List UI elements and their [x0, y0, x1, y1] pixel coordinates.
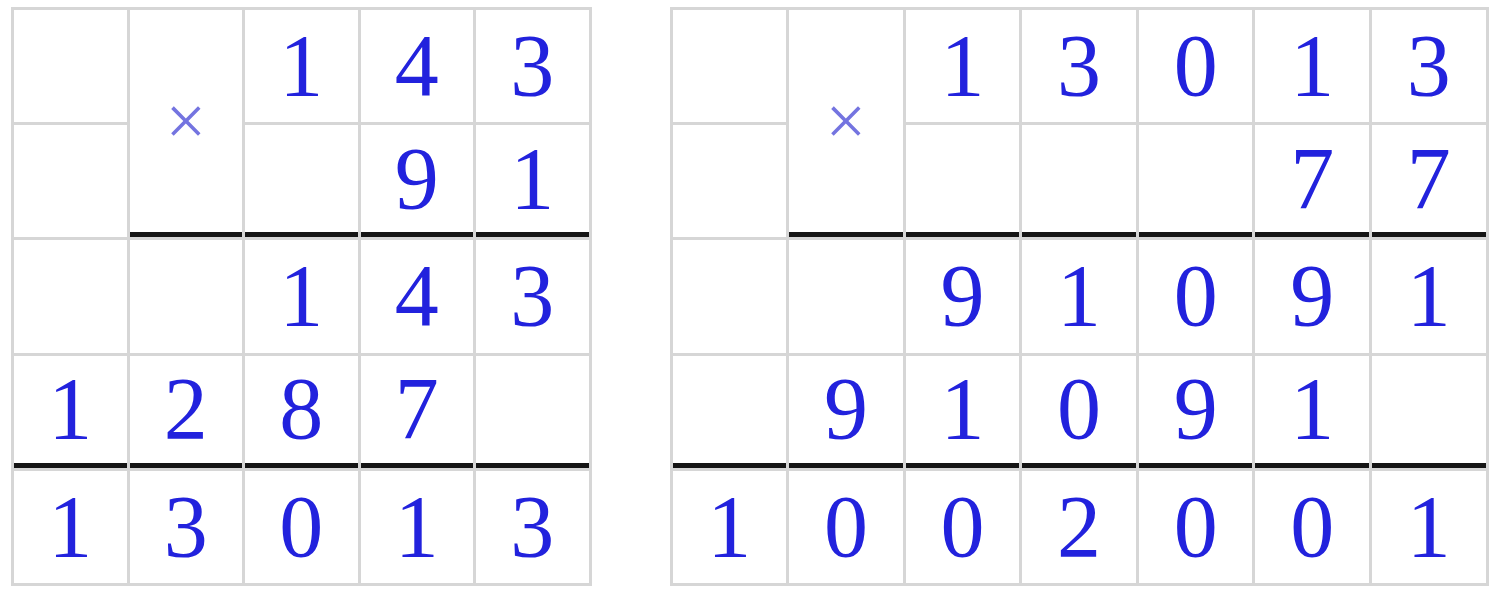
grid2-empty-cell-r2c4: [1022, 125, 1136, 237]
grid2-empty-cell-r3c2: [789, 240, 903, 352]
grid2-empty-cell-r1c1: [673, 10, 787, 122]
grid1-digit-cell-r5c3: 0: [245, 471, 358, 583]
grid2-empty-cell-r2c5: [1139, 125, 1253, 237]
grid2-digit-cell-r5c7: 1: [1372, 471, 1486, 583]
grid1-digit-cell-r5c5: 3: [476, 471, 589, 583]
grid1-digit-cell-r3c4: 4: [361, 240, 474, 352]
grid1-empty-cell-r1c1: [14, 10, 127, 122]
grid2-digit-cell-r4c2: 9: [789, 356, 903, 468]
grid1-empty-cell-r3c2: [130, 240, 243, 352]
grid2-empty-cell-r3c1: [673, 240, 787, 352]
grid1-empty-cell-r2c3: [245, 125, 358, 237]
grid2-digit-cell-r1c7: 3: [1372, 10, 1486, 122]
grid1-digit-cell-r1c4: 4: [361, 10, 474, 122]
grid1-digit-cell-r4c2: 2: [130, 356, 243, 468]
grid2-digit-cell-r2c6: 7: [1255, 125, 1369, 237]
grid2-digit-cell-r5c1: 1: [673, 471, 787, 583]
grid2-digit-cell-r4c6: 1: [1255, 356, 1369, 468]
grid1-digit-cell-r5c1: 1: [14, 471, 127, 583]
grid1-digit-cell-r4c3: 8: [245, 356, 358, 468]
grid2-digit-cell-r2c7: 7: [1372, 125, 1486, 237]
grid2-digit-cell-r4c3: 1: [906, 356, 1020, 468]
grid2-digit-cell-r3c7: 1: [1372, 240, 1486, 352]
grid2-digit-cell-r1c6: 1: [1255, 10, 1369, 122]
grid2-empty-cell-r2c3: [906, 125, 1020, 237]
grid2-digit-cell-r3c4: 1: [1022, 240, 1136, 352]
grid1-digit-cell-r5c4: 1: [361, 471, 474, 583]
worksheet-page: ×14391143128713013 ×13013779109191091100…: [0, 0, 1496, 595]
grid2-digit-cell-r1c4: 3: [1022, 10, 1136, 122]
multiplication-grid-right: ×130137791091910911002001: [670, 7, 1489, 586]
grid2-digit-cell-r3c6: 9: [1255, 240, 1369, 352]
grid2-digit-cell-r5c2: 0: [789, 471, 903, 583]
multiplication-grid-left: ×14391143128713013: [11, 7, 592, 586]
grid1-empty-cell-r2c1: [14, 125, 127, 237]
grid1-digit-cell-r2c5: 1: [476, 125, 589, 237]
multiply-icon: ×: [789, 10, 903, 237]
multiply-icon: ×: [130, 10, 243, 237]
grid2-empty-cell-r4c7: [1372, 356, 1486, 468]
grid2-digit-cell-r3c5: 0: [1139, 240, 1253, 352]
grid2-digit-cell-r3c3: 9: [906, 240, 1020, 352]
grid1-empty-cell-r4c5: [476, 356, 589, 468]
grid1-digit-cell-r3c5: 3: [476, 240, 589, 352]
grid2-digit-cell-r5c4: 2: [1022, 471, 1136, 583]
grid2-digit-cell-r4c5: 9: [1139, 356, 1253, 468]
grid2-empty-cell-r2c1: [673, 125, 787, 237]
grid1-digit-cell-r2c4: 9: [361, 125, 474, 237]
grid2-digit-cell-r5c5: 0: [1139, 471, 1253, 583]
grid1-digit-cell-r5c2: 3: [130, 471, 243, 583]
grid1-digit-cell-r1c5: 3: [476, 10, 589, 122]
grid2-digit-cell-r1c5: 0: [1139, 10, 1253, 122]
grid2-digit-cell-r4c4: 0: [1022, 356, 1136, 468]
grid2-digit-cell-r5c6: 0: [1255, 471, 1369, 583]
grid1-digit-cell-r4c4: 7: [361, 356, 474, 468]
grid1-digit-cell-r1c3: 1: [245, 10, 358, 122]
grid1-empty-cell-r3c1: [14, 240, 127, 352]
grid2-empty-cell-r4c1: [673, 356, 787, 468]
grid1-digit-cell-r4c1: 1: [14, 356, 127, 468]
grid1-digit-cell-r3c3: 1: [245, 240, 358, 352]
grid2-digit-cell-r1c3: 1: [906, 10, 1020, 122]
grid2-digit-cell-r5c3: 0: [906, 471, 1020, 583]
